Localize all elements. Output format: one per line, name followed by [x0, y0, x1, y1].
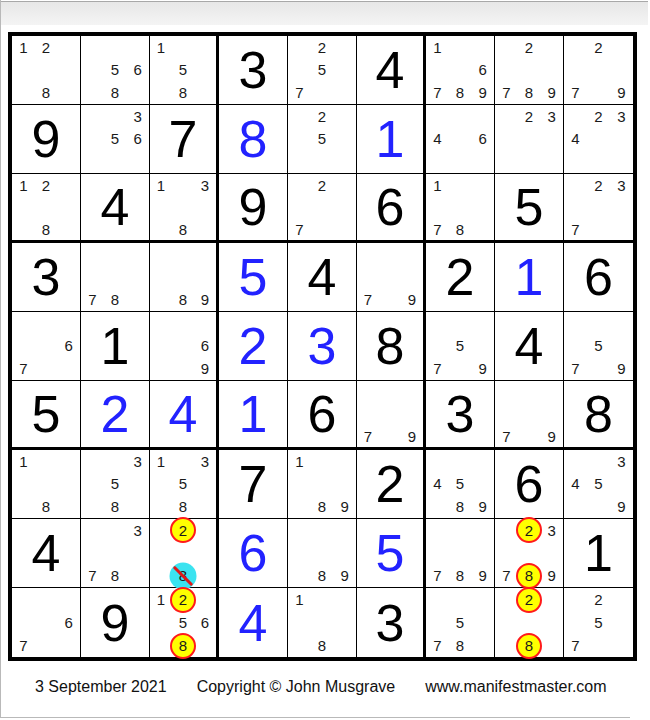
given-digit: 9	[219, 174, 287, 240]
candidate-slot-3: 3	[540, 519, 563, 542]
candidate-slot-6	[471, 611, 494, 634]
cell-r9c7[interactable]: 578	[426, 588, 495, 657]
cell-r1c3[interactable]: 158	[150, 36, 219, 105]
candidate-slot-9: 9	[540, 564, 563, 587]
candidate-slot-7	[288, 634, 311, 657]
candidate-7: 7	[564, 357, 587, 380]
cell-r9c4[interactable]: 4	[219, 588, 288, 657]
candidate-slot-2	[449, 312, 472, 335]
candidate-2: 2	[587, 36, 610, 59]
candidate-slot-7: 7	[288, 81, 311, 104]
candidate-slot-4	[564, 196, 587, 218]
cell-r8c4[interactable]: 6	[219, 519, 288, 588]
candidate-slot-4	[150, 542, 172, 565]
candidate-8: 8	[172, 218, 194, 240]
candidate-slot-4	[288, 611, 311, 634]
candidate-slot-7	[81, 81, 104, 104]
candidate-slot-2: 2	[35, 36, 58, 59]
candidate-7: 7	[426, 218, 449, 240]
candidate-9: 9	[471, 357, 494, 380]
candidate-slot-6	[194, 542, 216, 565]
cell-r4c6[interactable]: 79	[357, 243, 426, 312]
cell-r4c1[interactable]: 3	[12, 243, 81, 312]
candidate-slot-4	[564, 59, 587, 82]
candidate-slot-4	[12, 59, 35, 82]
given-digit: 1	[564, 519, 633, 587]
candidate-slot-6	[57, 196, 80, 218]
candidate-slot-1	[495, 105, 518, 128]
candidate-slot-3	[333, 105, 356, 128]
candidate-slot-2	[587, 312, 610, 335]
candidate-slot-9	[333, 634, 356, 657]
cell-r5c2[interactable]: 1	[81, 312, 150, 381]
candidate-slot-6	[126, 542, 149, 565]
candidate-slot-7: 7	[426, 564, 449, 587]
cell-r3c8[interactable]: 5	[495, 174, 564, 243]
candidate-slot-7: 7	[426, 218, 449, 240]
cell-r1c8[interactable]: 2789	[495, 36, 564, 105]
candidate-2: 2	[311, 174, 334, 196]
candidate-slot-4	[495, 128, 518, 151]
candidate-slot-6	[126, 473, 149, 496]
candidate-slot-8	[379, 288, 401, 311]
candidate-slot-3	[333, 174, 356, 196]
cell-r8c6[interactable]: 5	[357, 519, 426, 588]
candidate-slot-5	[311, 542, 334, 565]
cell-r9c8[interactable]: 28	[495, 588, 564, 657]
cell-r5c1[interactable]: 67	[12, 312, 81, 381]
cell-r6c9[interactable]: 8	[564, 381, 633, 450]
given-digit: 4	[288, 243, 356, 311]
pencil-marks: 579	[426, 312, 494, 380]
candidate-4: 4	[564, 473, 587, 496]
candidate-6: 6	[57, 611, 80, 634]
candidate-slot-5	[311, 473, 334, 496]
candidate-5: 5	[172, 473, 194, 496]
pencil-marks: 578	[426, 588, 494, 657]
given-digit: 1	[81, 312, 149, 380]
candidate-2: 2	[311, 36, 334, 59]
candidate-slot-6	[333, 59, 356, 82]
candidate-slot-6	[194, 59, 216, 82]
candidate-4: 4	[426, 128, 449, 151]
pencil-marks: 27	[288, 174, 356, 240]
candidate-5: 5	[104, 128, 127, 151]
candidate-slot-3	[471, 312, 494, 335]
candidate-slot-4	[81, 266, 104, 289]
candidate-slot-9	[126, 495, 149, 518]
candidate-2-highlighted-yellow: 2	[172, 588, 194, 611]
cell-r5c9[interactable]: 579	[564, 312, 633, 381]
candidate-slot-8: 8	[449, 218, 472, 240]
cell-r2c7[interactable]: 46	[426, 105, 495, 174]
candidate-5: 5	[104, 59, 127, 82]
cell-r7c6[interactable]: 2	[357, 450, 426, 519]
pencil-marks: 579	[564, 312, 633, 380]
cell-r7c8[interactable]: 6	[495, 450, 564, 519]
solved-digit: 4	[150, 381, 216, 447]
candidate-slot-8: 8	[104, 495, 127, 518]
candidate-slot-6	[540, 128, 563, 151]
candidate-slot-3	[471, 36, 494, 59]
candidate-slot-8	[518, 425, 541, 447]
candidate-2: 2	[35, 36, 58, 59]
candidate-9: 9	[540, 425, 563, 447]
cell-r7c1[interactable]: 18	[12, 450, 81, 519]
candidate-3: 3	[194, 450, 216, 473]
cell-r8c9[interactable]: 1	[564, 519, 633, 588]
cell-r3c9[interactable]: 237	[564, 174, 633, 243]
candidate-slot-7: 7	[426, 81, 449, 104]
cell-r9c5[interactable]: 18	[288, 588, 357, 657]
cell-r3c3[interactable]: 138	[150, 174, 219, 243]
candidate-slot-4	[288, 542, 311, 565]
cell-r6c6[interactable]: 79	[357, 381, 426, 450]
candidate-slot-7	[150, 218, 172, 240]
candidate-5: 5	[449, 473, 472, 496]
candidate-slot-9	[126, 564, 149, 587]
candidate-slot-7: 7	[426, 357, 449, 380]
given-digit: 6	[288, 381, 356, 447]
cell-r6c2[interactable]: 2	[81, 381, 150, 450]
candidate-3: 3	[610, 174, 633, 196]
pencil-marks: 16789	[426, 36, 494, 104]
candidate-slot-2	[311, 519, 334, 542]
candidate-slot-4: 4	[564, 473, 587, 496]
candidate-1: 1	[12, 36, 35, 59]
cell-r9c1[interactable]: 67	[12, 588, 81, 657]
candidate-slot-1	[495, 381, 518, 403]
cell-r3c6[interactable]: 6	[357, 174, 426, 243]
candidate-slot-7	[564, 150, 587, 173]
pencil-marks: 18	[12, 450, 80, 518]
cell-r9c2[interactable]: 9	[81, 588, 150, 657]
candidate-slot-3	[610, 36, 633, 59]
cell-r6c8[interactable]: 79	[495, 381, 564, 450]
candidate-slot-8: 8	[449, 81, 472, 104]
candidate-8: 8	[311, 634, 334, 657]
candidate-slot-2	[449, 105, 472, 128]
candidate-slot-4: 4	[564, 128, 587, 151]
pencil-marks: 18	[288, 588, 356, 657]
cell-r6c5[interactable]: 6	[288, 381, 357, 450]
cell-r2c8[interactable]: 23	[495, 105, 564, 174]
cell-r2c9[interactable]: 234	[564, 105, 633, 174]
candidate-slot-4	[12, 611, 35, 634]
candidate-slot-5: 5	[104, 128, 127, 151]
given-digit: 4	[81, 174, 149, 240]
cell-r8c3[interactable]: 28	[150, 519, 219, 588]
cell-r3c1[interactable]: 128	[12, 174, 81, 243]
candidate-slot-1	[81, 105, 104, 128]
cell-r7c4[interactable]: 7	[219, 450, 288, 519]
candidate-slot-5	[35, 196, 58, 218]
candidate-8: 8	[104, 81, 127, 104]
pencil-marks: 89	[150, 243, 216, 311]
candidate-slot-3	[333, 450, 356, 473]
candidate-slot-1	[426, 312, 449, 335]
footer-website-link[interactable]: www.manifestmaster.com	[425, 678, 606, 695]
cell-r7c9[interactable]: 3459	[564, 450, 633, 519]
candidate-slot-3	[57, 36, 80, 59]
candidate-3: 3	[540, 519, 563, 542]
cell-r8c8[interactable]: 23789	[495, 519, 564, 588]
pencil-marks: 89	[288, 519, 356, 587]
cell-r6c4[interactable]: 1	[219, 381, 288, 450]
candidate-slot-9	[194, 564, 216, 587]
candidate-7: 7	[81, 564, 104, 587]
cell-r6c7[interactable]: 3	[426, 381, 495, 450]
candidate-slot-3	[333, 36, 356, 59]
candidate-slot-9: 9	[610, 495, 633, 518]
candidate-slot-5	[172, 542, 194, 565]
candidate-slot-7	[564, 495, 587, 518]
cell-r1c6[interactable]: 4	[357, 36, 426, 105]
candidate-slot-9	[194, 81, 216, 104]
candidate-slot-7	[495, 634, 518, 657]
cell-r6c3[interactable]: 4	[150, 381, 219, 450]
candidate-slot-6: 6	[194, 335, 216, 358]
candidate-slot-1	[12, 312, 35, 335]
solved-digit: 1	[495, 243, 563, 311]
candidate-slot-7	[150, 495, 172, 518]
candidate-slot-8: 8	[172, 218, 194, 240]
cell-r2c4[interactable]: 8	[219, 105, 288, 174]
candidate-5: 5	[449, 335, 472, 358]
cell-r7c2[interactable]: 358	[81, 450, 150, 519]
candidate-7: 7	[564, 634, 587, 657]
candidate-slot-8: 8	[172, 81, 194, 104]
candidate-2: 2	[518, 36, 541, 59]
candidate-slot-9	[610, 218, 633, 240]
candidate-slot-3: 3	[194, 450, 216, 473]
cell-r1c7[interactable]: 16789	[426, 36, 495, 105]
cell-r8c1[interactable]: 4	[12, 519, 81, 588]
candidate-slot-2: 2	[518, 588, 541, 611]
cell-r1c4[interactable]: 3	[219, 36, 288, 105]
cell-r9c6[interactable]: 3	[357, 588, 426, 657]
cell-r8c5[interactable]: 89	[288, 519, 357, 588]
candidate-slot-1: 1	[150, 36, 172, 59]
cell-r1c5[interactable]: 257	[288, 36, 357, 105]
cell-r5c6[interactable]: 8	[357, 312, 426, 381]
candidate-8-eliminated-cyan: 8	[172, 564, 194, 587]
cell-r5c8[interactable]: 4	[495, 312, 564, 381]
pencil-marks: 356	[81, 105, 149, 173]
cell-r2c1[interactable]: 9	[12, 105, 81, 174]
candidate-slot-1	[12, 588, 35, 611]
candidate-8: 8	[449, 634, 472, 657]
candidate-slot-2	[35, 450, 58, 473]
cell-r1c1[interactable]: 128	[12, 36, 81, 105]
footer-copyright: Copyright © John Musgrave	[197, 678, 396, 695]
pencil-marks: 23789	[495, 519, 563, 587]
candidate-slot-4: 4	[426, 473, 449, 496]
candidate-slot-8	[449, 357, 472, 380]
candidate-slot-8	[311, 81, 334, 104]
candidate-slot-8	[587, 81, 610, 104]
candidate-slot-2	[311, 450, 334, 473]
cell-r2c6[interactable]: 1	[357, 105, 426, 174]
candidate-slot-8	[587, 357, 610, 380]
candidate-slot-3	[471, 519, 494, 542]
candidate-slot-4	[150, 335, 172, 358]
candidate-slot-2: 2	[587, 105, 610, 128]
cell-r3c7[interactable]: 178	[426, 174, 495, 243]
cell-r1c9[interactable]: 279	[564, 36, 633, 105]
candidate-7: 7	[12, 634, 35, 657]
candidate-slot-2	[379, 243, 401, 266]
candidate-5: 5	[172, 611, 194, 634]
candidate-slot-8: 8	[104, 564, 127, 587]
given-digit: 8	[357, 312, 423, 380]
candidate-slot-6: 6	[57, 611, 80, 634]
given-digit: 2	[357, 450, 423, 518]
candidate-9: 9	[333, 564, 356, 587]
candidate-slot-9	[194, 218, 216, 240]
cell-r7c3[interactable]: 1358	[150, 450, 219, 519]
candidate-slot-8: 8	[35, 495, 58, 518]
candidate-6: 6	[471, 59, 494, 82]
pencil-marks: 25	[288, 105, 356, 173]
pencil-marks: 257	[564, 588, 633, 657]
cell-r3c2[interactable]: 4	[81, 174, 150, 243]
candidate-slot-6	[610, 473, 633, 496]
pencil-marks: 78	[81, 243, 149, 311]
cell-r2c3[interactable]: 7	[150, 105, 219, 174]
cell-r4c7[interactable]: 2	[426, 243, 495, 312]
cell-r5c4[interactable]: 2	[219, 312, 288, 381]
cell-r4c5[interactable]: 4	[288, 243, 357, 312]
solved-digit: 4	[219, 588, 287, 657]
candidate-slot-1	[81, 450, 104, 473]
candidate-slot-8: 8	[104, 288, 127, 311]
cell-r7c5[interactable]: 189	[288, 450, 357, 519]
candidate-1: 1	[426, 36, 449, 59]
candidate-slot-3	[126, 36, 149, 59]
cell-r8c7[interactable]: 789	[426, 519, 495, 588]
pencil-marks: 79	[357, 381, 423, 447]
pencil-marks: 1358	[150, 450, 216, 518]
candidate-slot-7	[81, 150, 104, 173]
pencil-marks: 189	[288, 450, 356, 518]
cell-r8c2[interactable]: 378	[81, 519, 150, 588]
candidate-slot-7	[288, 495, 311, 518]
candidate-8-highlighted-yellow: 8	[518, 634, 541, 657]
given-digit: 6	[357, 174, 423, 240]
candidate-slot-7	[426, 495, 449, 518]
candidate-slot-7	[426, 150, 449, 173]
candidate-slot-1: 1	[150, 588, 172, 611]
given-digit: 4	[357, 36, 423, 104]
pencil-marks: 178	[426, 174, 494, 240]
footer: 3 September 2021Copyright © John Musgrav…	[35, 678, 637, 696]
cell-r6c1[interactable]: 5	[12, 381, 81, 450]
candidate-slot-2	[311, 588, 334, 611]
candidate-slot-1	[564, 105, 587, 128]
candidate-slot-6	[540, 403, 563, 425]
candidate-slot-1	[150, 243, 172, 266]
pencil-marks: 3459	[564, 450, 633, 518]
candidate-slot-8	[311, 150, 334, 173]
cell-r5c3[interactable]: 69	[150, 312, 219, 381]
candidate-slot-6	[57, 59, 80, 82]
cell-r5c7[interactable]: 579	[426, 312, 495, 381]
candidate-slot-8: 8	[518, 634, 541, 657]
candidate-slot-7: 7	[288, 218, 311, 240]
candidate-5: 5	[311, 128, 334, 151]
cell-r4c8[interactable]: 1	[495, 243, 564, 312]
pencil-marks: 79	[357, 243, 423, 311]
cell-r4c4[interactable]: 5	[219, 243, 288, 312]
cell-r3c5[interactable]: 27	[288, 174, 357, 243]
candidate-slot-3: 3	[126, 519, 149, 542]
candidate-5: 5	[104, 473, 127, 496]
candidate-slot-1: 1	[288, 588, 311, 611]
candidate-slot-6: 6	[57, 335, 80, 358]
cell-r5c5[interactable]: 3	[288, 312, 357, 381]
candidate-slot-9: 9	[401, 425, 423, 447]
candidate-3: 3	[610, 105, 633, 128]
cell-r7c7[interactable]: 4589	[426, 450, 495, 519]
candidate-slot-5	[449, 196, 472, 218]
candidate-slot-8: 8	[104, 81, 127, 104]
candidate-slot-3: 3	[194, 174, 216, 196]
candidate-slot-9: 9	[610, 357, 633, 380]
candidate-slot-8: 8	[449, 495, 472, 518]
cell-r3c4[interactable]: 9	[219, 174, 288, 243]
candidate-slot-3	[401, 243, 423, 266]
candidate-slot-8: 8	[311, 495, 334, 518]
candidate-slot-6	[540, 542, 563, 565]
candidate-slot-9	[194, 634, 216, 657]
candidate-slot-7: 7	[12, 357, 35, 380]
candidate-slot-4	[495, 403, 518, 425]
candidate-slot-6	[471, 335, 494, 358]
cell-r9c9[interactable]: 257	[564, 588, 633, 657]
cell-r4c3[interactable]: 89	[150, 243, 219, 312]
given-digit: 3	[219, 36, 287, 104]
given-digit: 4	[12, 519, 80, 587]
candidate-9: 9	[610, 81, 633, 104]
candidate-slot-9: 9	[194, 357, 216, 380]
candidate-3: 3	[610, 450, 633, 473]
candidate-slot-3: 3	[610, 105, 633, 128]
candidate-slot-7: 7	[495, 564, 518, 587]
candidate-slot-9	[57, 357, 80, 380]
pencil-marks: 378	[81, 519, 149, 587]
pencil-marks: 2789	[495, 36, 563, 104]
candidate-slot-2	[172, 243, 194, 266]
candidate-slot-9: 9	[471, 564, 494, 587]
cell-r2c2[interactable]: 356	[81, 105, 150, 174]
candidate-slot-1: 1	[426, 36, 449, 59]
candidate-slot-6	[333, 196, 356, 218]
cell-r4c2[interactable]: 78	[81, 243, 150, 312]
cell-r2c5[interactable]: 25	[288, 105, 357, 174]
cell-r9c3[interactable]: 12568	[150, 588, 219, 657]
candidate-7: 7	[495, 81, 518, 104]
candidate-slot-4	[288, 59, 311, 82]
candidate-6: 6	[194, 611, 216, 634]
cell-r4c9[interactable]: 6	[564, 243, 633, 312]
candidate-slot-8	[104, 150, 127, 173]
cell-r1c2[interactable]: 568	[81, 36, 150, 105]
candidate-slot-4	[12, 473, 35, 496]
pencil-marks: 4589	[426, 450, 494, 518]
pencil-marks: 46	[426, 105, 494, 173]
candidate-7: 7	[81, 288, 104, 311]
